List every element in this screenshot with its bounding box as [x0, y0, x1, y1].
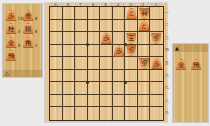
board-cell: [50, 45, 63, 58]
board-cell: [150, 70, 163, 83]
board-cell: [50, 70, 63, 83]
board-cell: [88, 7, 101, 20]
board-cell: [88, 70, 101, 83]
board-cell: [125, 95, 138, 108]
board-cell: [150, 45, 163, 58]
piece-glyph: 香: [25, 11, 32, 21]
board-cell: [63, 107, 76, 120]
board-cell: [63, 95, 76, 108]
board-cell: [113, 107, 126, 120]
board-cell: [138, 70, 151, 83]
board-cell: [125, 70, 138, 83]
board-cell: [63, 57, 76, 70]
rank-label: 八: [164, 94, 170, 107]
piece-glyph: と: [141, 22, 148, 32]
rank-label: 五: [164, 56, 170, 69]
hand-piece-count: 3: [18, 29, 21, 34]
board-cell: [150, 95, 163, 108]
board-cell: [113, 70, 126, 83]
board-cell: [113, 57, 126, 70]
gote-panel-band: △: [3, 70, 42, 77]
board-cell: [75, 95, 88, 108]
piece-glyph: 歩: [128, 45, 135, 55]
board-cell: [75, 107, 88, 120]
hand-piece-count: 3: [18, 43, 21, 48]
board-cell: [75, 57, 88, 70]
board-cell: [63, 82, 76, 95]
board-cell: [88, 107, 101, 120]
board-cell: [150, 7, 163, 20]
piece-glyph: 桂: [8, 24, 15, 34]
board-cell: [50, 82, 63, 95]
board-cell: [138, 45, 151, 58]
board-cell: [150, 82, 163, 95]
piece-glyph: 金: [178, 60, 185, 70]
hand-entry-kin[interactable]: 金3: [6, 37, 20, 48]
board-cell: [100, 57, 113, 70]
piece-glyph: 歩: [8, 11, 15, 21]
board-piece-kyo[interactable]: 香: [23, 10, 34, 21]
board-cell: [50, 57, 63, 70]
board-cell: [100, 95, 113, 108]
board-cell: [63, 20, 76, 33]
piece-glyph: 角: [25, 38, 32, 48]
board-cell: [113, 95, 126, 108]
piece-glyph: 銀: [25, 24, 32, 34]
board-cell: [125, 57, 138, 70]
rank-label: 二: [164, 19, 170, 32]
rank-label: 三: [164, 31, 170, 44]
board-cell: [150, 20, 163, 33]
board-piece-fu[interactable]: 歩: [6, 10, 17, 21]
hand-entry-kin[interactable]: 金: [176, 59, 187, 70]
hand-entry-kaku[interactable]: 角2: [23, 37, 37, 48]
board-piece-gin[interactable]: 銀: [23, 23, 34, 34]
board-cell: [50, 20, 63, 33]
piece-glyph: 飛: [193, 60, 200, 70]
board-cell: [138, 82, 151, 95]
board-cell: [100, 7, 113, 20]
piece-glyph: 歩: [153, 59, 160, 69]
board-cell: [50, 95, 63, 108]
board-piece-kei[interactable]: 桂: [6, 23, 17, 34]
hand-piece-count: 2: [35, 43, 38, 48]
board-cell: [113, 20, 126, 33]
board-cell: [63, 70, 76, 83]
star-point: [124, 81, 127, 84]
board-cell: [100, 82, 113, 95]
board-piece-kin[interactable]: 金: [6, 37, 17, 48]
rank-label: 九: [164, 107, 170, 120]
board-cell: [100, 45, 113, 58]
board-cell: [100, 70, 113, 83]
board-cell: [88, 32, 101, 45]
board-cell: [138, 95, 151, 108]
hand-piece-count: 4: [35, 29, 38, 34]
board-cell: [100, 107, 113, 120]
sente-indicator-icon: ▲: [175, 45, 179, 52]
hand-entry-kyo[interactable]: 香4: [23, 10, 37, 21]
board-cell: [113, 7, 126, 20]
star-point: [86, 81, 89, 84]
board-piece-hi[interactable]: 飛: [6, 50, 17, 61]
board-cell: [50, 32, 63, 45]
board-cell: [63, 32, 76, 45]
board-cell: [88, 57, 101, 70]
board-cell: [113, 82, 126, 95]
sente-panel-band: ▲: [173, 44, 208, 52]
hand-entry-fu[interactable]: 歩10: [6, 10, 23, 21]
rank-label: 六: [164, 69, 170, 82]
board-cell: [50, 7, 63, 20]
board-cell: [100, 20, 113, 33]
board-cell: [75, 82, 88, 95]
shogi-board: 987654321 一二三四五六七八九 と桂と歩王歩歩歩歩歩: [44, 2, 168, 123]
shogi-app: △ 歩10香4桂3銀4金3角2飛 987654321 一二三四五六七八九 と桂と…: [0, 0, 210, 126]
hand-entry-gin[interactable]: 銀4: [23, 23, 37, 34]
board-cell: [88, 82, 101, 95]
piece-glyph: 金: [8, 38, 15, 48]
piece-glyph: 王: [128, 33, 135, 43]
rank-labels: 一二三四五六七八九: [164, 6, 170, 119]
piece-glyph: 歩: [116, 47, 123, 57]
board-cell: [125, 82, 138, 95]
board-cell: [88, 45, 101, 58]
board-cell: [50, 107, 63, 120]
hand-piece-count: 4: [35, 16, 38, 21]
gote-hand-panel: △ 歩10香4桂3銀4金3角2飛: [2, 3, 43, 78]
rank-label: 七: [164, 81, 170, 94]
board-cell: [138, 32, 151, 45]
piece-glyph: と: [128, 9, 135, 19]
board-cell: [125, 107, 138, 120]
board-piece-kin[interactable]: 金: [176, 59, 187, 70]
rank-label: 一: [164, 6, 170, 19]
board-cell: [150, 107, 163, 120]
piece-glyph: 歩: [141, 58, 148, 68]
hand-entry-kei[interactable]: 桂3: [6, 23, 20, 34]
piece-glyph: 歩: [103, 34, 110, 44]
hand-entry-hi[interactable]: 飛: [6, 50, 17, 61]
board-cell: [88, 20, 101, 33]
board-cell: [75, 20, 88, 33]
gote-indicator-icon: △: [5, 70, 9, 77]
board-cell: [63, 7, 76, 20]
board-grid: と桂と歩王歩歩歩歩歩: [49, 6, 164, 121]
board-cell: [125, 20, 138, 33]
board-piece-kaku[interactable]: 角: [23, 37, 34, 48]
rank-label: 四: [164, 44, 170, 57]
board-cell: [75, 45, 88, 58]
piece-glyph: 桂: [141, 7, 148, 17]
board-cell: [63, 45, 76, 58]
piece-glyph: 歩: [153, 33, 160, 43]
board-cell: [138, 107, 151, 120]
piece-glyph: 飛: [8, 51, 15, 61]
board-piece-hi[interactable]: 飛: [191, 59, 202, 70]
hand-entry-hi[interactable]: 飛: [191, 59, 202, 70]
sente-hand-panel: ▲ 金飛: [172, 43, 209, 123]
board-cell: [88, 95, 101, 108]
board-cell: [75, 7, 88, 20]
